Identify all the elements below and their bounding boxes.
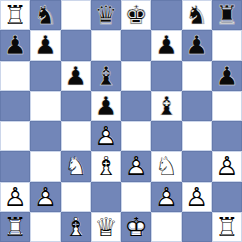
white-piece-outline-glyph: ♘	[61, 151, 91, 181]
white-piece-outline-glyph: ♘	[151, 151, 181, 181]
piece-black-pawn-c6[interactable]: ♟	[61, 61, 91, 91]
square-c7[interactable]	[61, 30, 91, 60]
square-e6[interactable]	[121, 61, 151, 91]
piece-white-pawn-d4[interactable]: ♟♙	[91, 121, 121, 151]
square-c3[interactable]: ♞♘	[61, 151, 91, 181]
white-piece-outline-glyph: ♙	[182, 182, 212, 212]
piece-white-knight-f3[interactable]: ♞♘	[151, 151, 181, 181]
square-d8[interactable]: ♛	[91, 0, 121, 30]
black-piece-glyph: ♟	[61, 61, 91, 91]
white-piece-outline-glyph: ♗	[91, 151, 121, 181]
square-d3[interactable]: ♝♗	[91, 151, 121, 181]
square-b7[interactable]: ♟	[30, 30, 60, 60]
square-a1[interactable]: ♜♖	[0, 212, 30, 242]
square-e2[interactable]	[121, 182, 151, 212]
square-c1[interactable]: ♝♗	[61, 212, 91, 242]
square-a6[interactable]	[0, 61, 30, 91]
square-d2[interactable]	[91, 182, 121, 212]
square-g3[interactable]	[182, 151, 212, 181]
piece-white-pawn-b2[interactable]: ♟♙	[30, 182, 60, 212]
piece-white-pawn-g2[interactable]: ♟♙	[182, 182, 212, 212]
square-g7[interactable]: ♟	[182, 30, 212, 60]
square-a5[interactable]	[0, 91, 30, 121]
white-piece-outline-glyph: ♕	[91, 212, 121, 242]
square-d1[interactable]: ♛♕	[91, 212, 121, 242]
piece-white-bishop-c1[interactable]: ♝♗	[61, 212, 91, 242]
square-g4[interactable]	[182, 121, 212, 151]
piece-black-king-e8[interactable]: ♚	[121, 0, 151, 30]
white-piece-outline-glyph: ♙	[212, 151, 242, 181]
square-e5[interactable]	[121, 91, 151, 121]
square-h5[interactable]	[212, 91, 242, 121]
square-h3[interactable]: ♟♙	[212, 151, 242, 181]
white-piece-outline-glyph: ♗	[61, 212, 91, 242]
square-d5[interactable]: ♟	[91, 91, 121, 121]
square-a4[interactable]	[0, 121, 30, 151]
square-b8[interactable]: ♞	[30, 0, 60, 30]
square-c5[interactable]	[61, 91, 91, 121]
square-h8[interactable]: ♜	[212, 0, 242, 30]
square-f8[interactable]	[151, 0, 181, 30]
white-piece-outline-glyph: ♖	[0, 212, 30, 242]
piece-black-bishop-d6[interactable]: ♝	[91, 61, 121, 91]
square-d7[interactable]	[91, 30, 121, 60]
black-piece-glyph: ♟	[30, 30, 60, 60]
square-c4[interactable]	[61, 121, 91, 151]
black-piece-glyph: ♟	[151, 30, 181, 60]
piece-black-pawn-b7[interactable]: ♟	[30, 30, 60, 60]
square-e4[interactable]	[121, 121, 151, 151]
square-b4[interactable]	[30, 121, 60, 151]
white-piece-outline-glyph: ♙	[151, 182, 181, 212]
piece-black-knight-b8[interactable]: ♞	[30, 0, 60, 30]
square-g1[interactable]	[182, 212, 212, 242]
piece-black-bishop-f5[interactable]: ♝	[151, 91, 181, 121]
square-e1[interactable]: ♚♔	[121, 212, 151, 242]
piece-white-pawn-e3[interactable]: ♟♙	[121, 151, 151, 181]
white-piece-outline-glyph: ♔	[121, 212, 151, 242]
square-b3[interactable]	[30, 151, 60, 181]
piece-black-pawn-a7[interactable]: ♟	[0, 30, 30, 60]
piece-white-pawn-a2[interactable]: ♟♙	[0, 182, 30, 212]
square-e7[interactable]	[121, 30, 151, 60]
black-piece-glyph: ♟	[182, 30, 212, 60]
square-d4[interactable]: ♟♙	[91, 121, 121, 151]
piece-white-rook-h1[interactable]: ♜♖	[212, 212, 242, 242]
white-piece-outline-glyph: ♙	[91, 121, 121, 151]
square-f6[interactable]	[151, 61, 181, 91]
square-f7[interactable]: ♟	[151, 30, 181, 60]
black-piece-glyph: ♝	[91, 61, 121, 91]
square-f4[interactable]	[151, 121, 181, 151]
square-e8[interactable]: ♚	[121, 0, 151, 30]
square-h6[interactable]: ♟	[212, 61, 242, 91]
black-piece-glyph: ♝	[151, 91, 181, 121]
black-piece-glyph: ♞	[30, 0, 60, 30]
square-f2[interactable]: ♟♙	[151, 182, 181, 212]
piece-black-pawn-f7[interactable]: ♟	[151, 30, 181, 60]
piece-white-queen-d1[interactable]: ♛♕	[91, 212, 121, 242]
square-c2[interactable]	[61, 182, 91, 212]
square-a3[interactable]	[0, 151, 30, 181]
piece-white-bishop-d3[interactable]: ♝♗	[91, 151, 121, 181]
square-f1[interactable]	[151, 212, 181, 242]
square-b1[interactable]	[30, 212, 60, 242]
black-piece-glyph: ♜	[212, 0, 242, 30]
square-c8[interactable]	[61, 0, 91, 30]
square-e3[interactable]: ♟♙	[121, 151, 151, 181]
piece-black-pawn-h6[interactable]: ♟	[212, 61, 242, 91]
piece-white-rook-a1[interactable]: ♜♖	[0, 212, 30, 242]
square-g8[interactable]: ♞	[182, 0, 212, 30]
piece-black-rook-h8[interactable]: ♜	[212, 0, 242, 30]
square-d6[interactable]: ♝	[91, 61, 121, 91]
white-piece-outline-glyph: ♙	[30, 182, 60, 212]
piece-white-pawn-h3[interactable]: ♟♙	[212, 151, 242, 181]
square-b2[interactable]: ♟♙	[30, 182, 60, 212]
black-piece-glyph: ♚	[121, 0, 151, 30]
piece-white-pawn-f2[interactable]: ♟♙	[151, 182, 181, 212]
black-piece-glyph: ♞	[182, 0, 212, 30]
square-f3[interactable]: ♞♘	[151, 151, 181, 181]
black-piece-glyph: ♛	[91, 0, 121, 30]
square-h1[interactable]: ♜♖	[212, 212, 242, 242]
piece-white-knight-c3[interactable]: ♞♘	[61, 151, 91, 181]
chess-board: ♜♖♞♛♚♞♜♟♟♟♟♟♝♟♟♝♟♙♞♘♝♗♟♙♞♘♟♙♟♙♟♙♟♙♟♙♜♖♝♗…	[0, 0, 242, 242]
square-g5[interactable]	[182, 91, 212, 121]
square-b6[interactable]	[30, 61, 60, 91]
square-b5[interactable]	[30, 91, 60, 121]
piece-black-queen-d8[interactable]: ♛	[91, 0, 121, 30]
square-g6[interactable]	[182, 61, 212, 91]
square-f5[interactable]: ♝	[151, 91, 181, 121]
black-piece-glyph: ♟	[91, 91, 121, 121]
black-piece-glyph: ♟	[212, 61, 242, 91]
white-piece-outline-glyph: ♙	[121, 151, 151, 181]
piece-black-pawn-d5[interactable]: ♟	[91, 91, 121, 121]
square-h2[interactable]	[212, 182, 242, 212]
square-h4[interactable]	[212, 121, 242, 151]
piece-black-knight-g8[interactable]: ♞	[182, 0, 212, 30]
white-piece-outline-glyph: ♖	[0, 0, 30, 30]
black-piece-glyph: ♟	[0, 30, 30, 60]
piece-white-rook-a8[interactable]: ♜♖	[0, 0, 30, 30]
square-c6[interactable]: ♟	[61, 61, 91, 91]
square-g2[interactable]: ♟♙	[182, 182, 212, 212]
square-a7[interactable]: ♟	[0, 30, 30, 60]
square-a8[interactable]: ♜♖	[0, 0, 30, 30]
piece-black-pawn-g7[interactable]: ♟	[182, 30, 212, 60]
white-piece-outline-glyph: ♙	[0, 182, 30, 212]
white-piece-outline-glyph: ♖	[212, 212, 242, 242]
square-h7[interactable]	[212, 30, 242, 60]
piece-white-king-e1[interactable]: ♚♔	[121, 212, 151, 242]
square-a2[interactable]: ♟♙	[0, 182, 30, 212]
